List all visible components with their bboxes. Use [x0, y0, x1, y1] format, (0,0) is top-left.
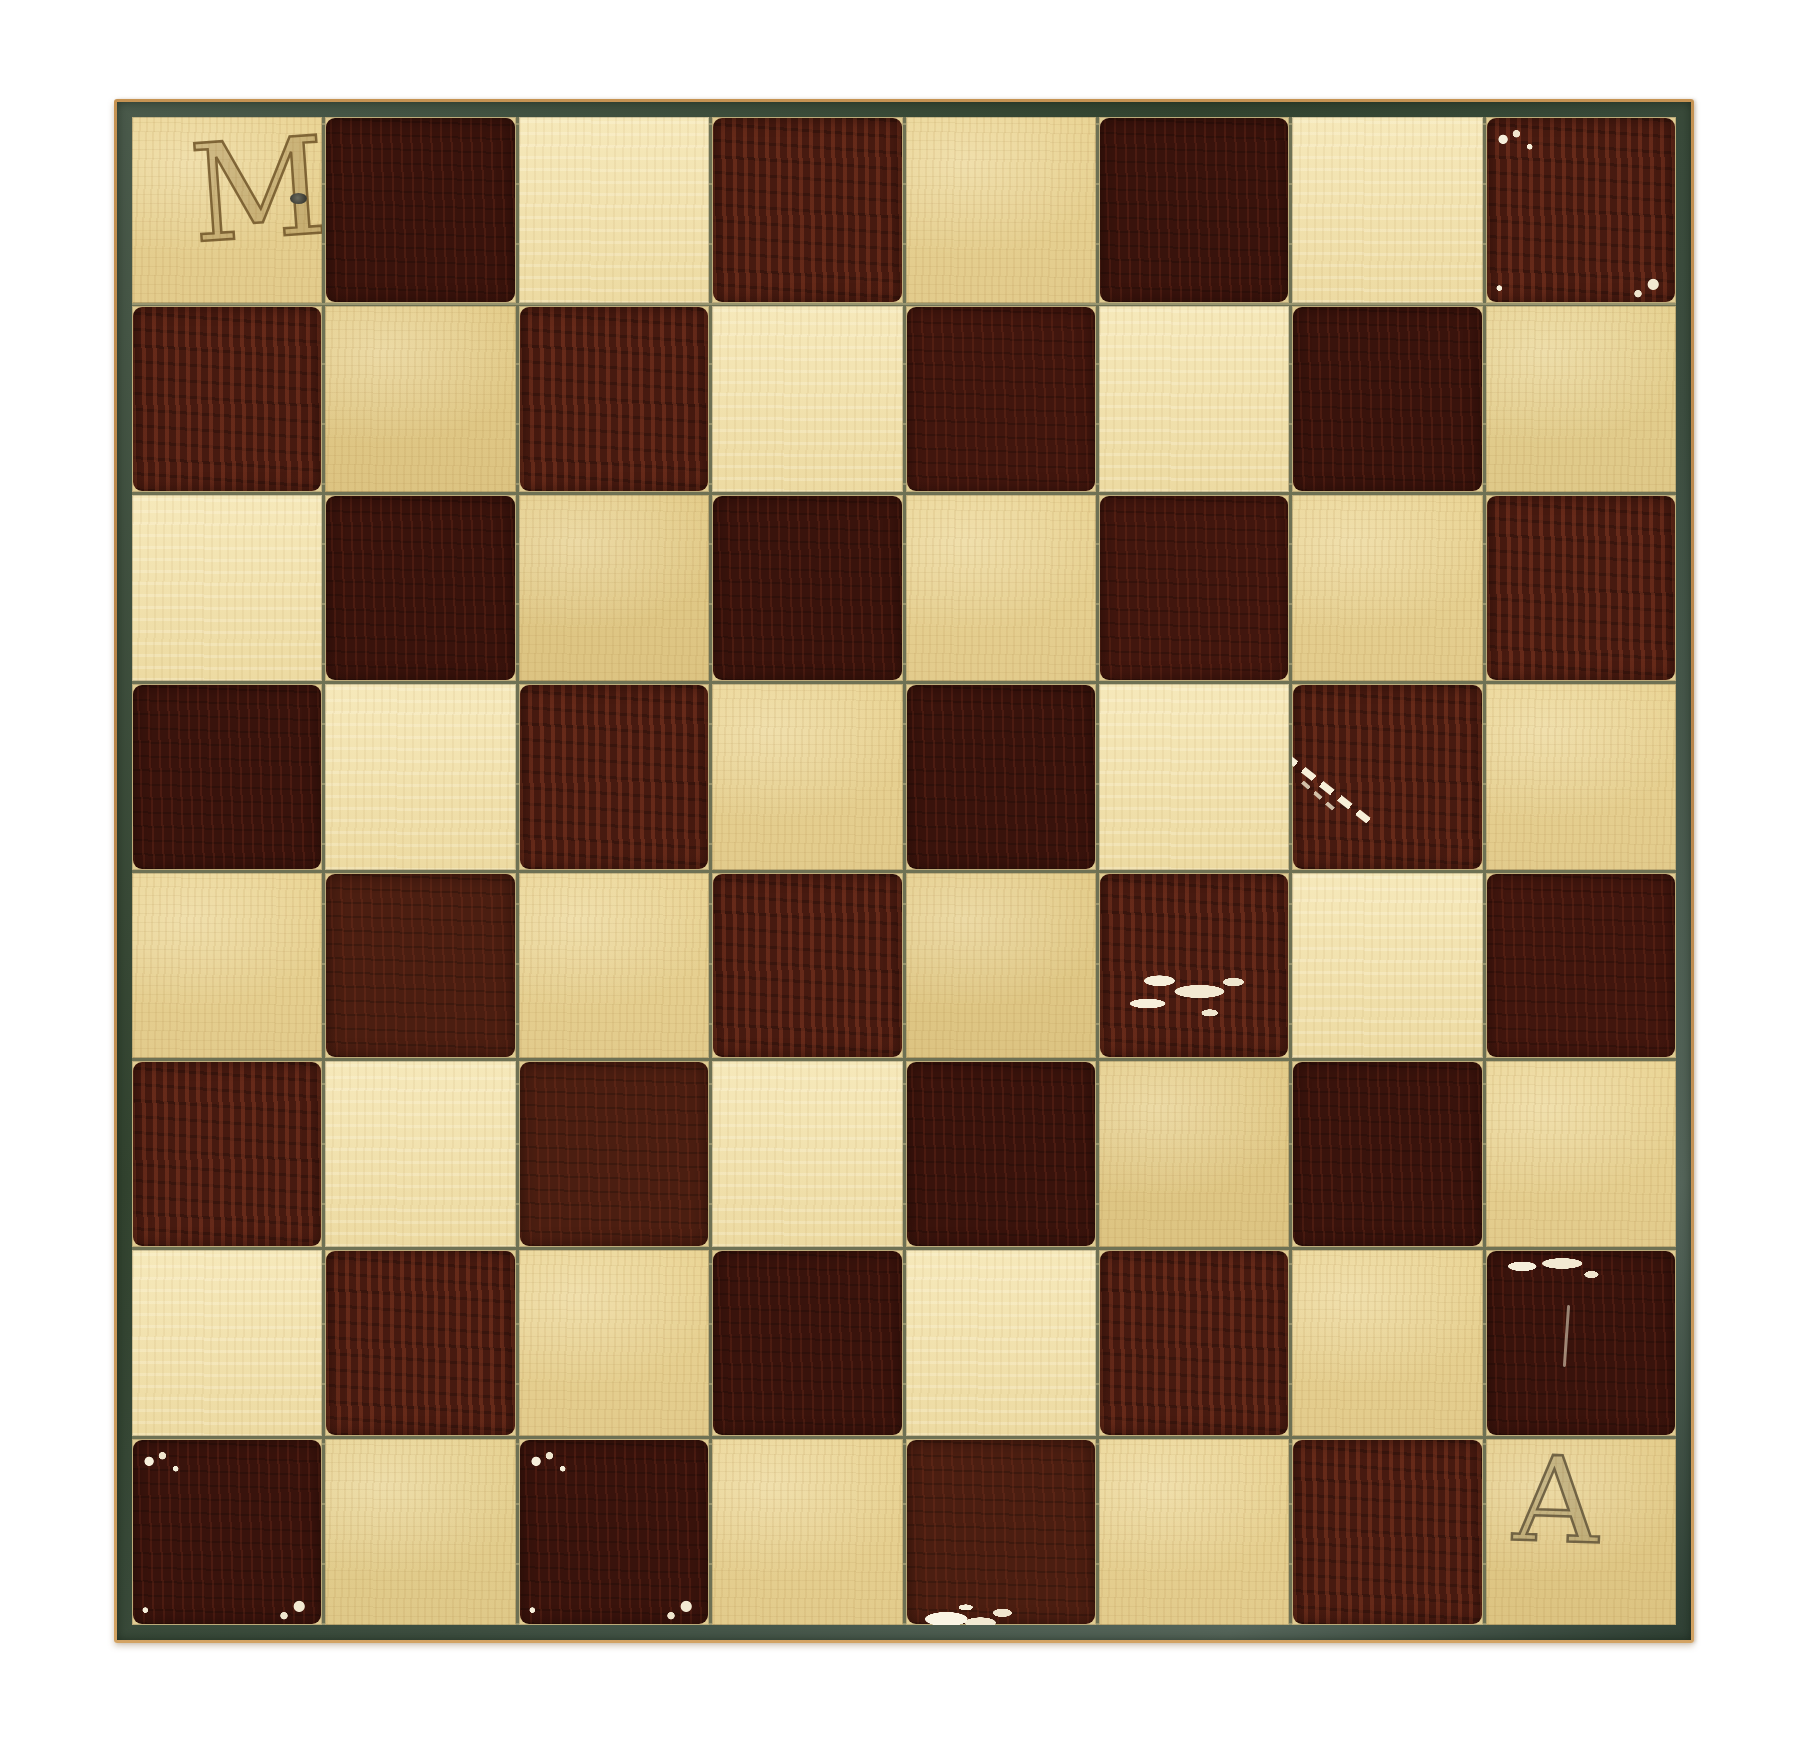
wear-mark-specks — [519, 1439, 709, 1625]
square-r4c2-light[interactable] — [325, 684, 515, 870]
square-r6c1-dark[interactable] — [132, 1061, 322, 1247]
square-r6c7-dark[interactable] — [1292, 1061, 1482, 1247]
square-r1c6-dark[interactable] — [1099, 117, 1289, 303]
square-r8c5-dark[interactable] — [906, 1439, 1096, 1625]
square-r4c3-dark[interactable] — [519, 684, 709, 870]
square-r8c8-light[interactable]: A — [1486, 1439, 1676, 1625]
square-r6c8-light[interactable] — [1486, 1061, 1676, 1247]
square-r2c4-light[interactable] — [712, 306, 902, 492]
square-r5c3-light[interactable] — [519, 873, 709, 1059]
square-r6c4-light[interactable] — [712, 1061, 902, 1247]
square-r4c7-dark[interactable] — [1292, 684, 1482, 870]
square-r7c1-light[interactable] — [132, 1250, 322, 1436]
square-r2c3-dark[interactable] — [519, 306, 709, 492]
square-r1c5-light[interactable] — [906, 117, 1096, 303]
square-r1c1-light[interactable]: M — [132, 117, 322, 303]
square-r4c6-light[interactable] — [1099, 684, 1289, 870]
square-r2c1-dark[interactable] — [132, 306, 322, 492]
square-r3c6-dark[interactable] — [1099, 495, 1289, 681]
square-r2c5-dark[interactable] — [906, 306, 1096, 492]
square-r8c7-dark[interactable] — [1292, 1439, 1482, 1625]
square-r7c3-light[interactable] — [519, 1250, 709, 1436]
square-r1c7-light[interactable] — [1292, 117, 1482, 303]
square-r2c2-light[interactable] — [325, 306, 515, 492]
square-r7c5-light[interactable] — [906, 1250, 1096, 1436]
square-r4c8-light[interactable] — [1486, 684, 1676, 870]
square-r1c3-light[interactable] — [519, 117, 709, 303]
square-r8c6-light[interactable] — [1099, 1439, 1289, 1625]
square-r7c4-dark[interactable] — [712, 1250, 902, 1436]
square-r8c3-dark[interactable] — [519, 1439, 709, 1625]
square-r4c1-dark[interactable] — [132, 684, 322, 870]
carved-initial-a: A — [1512, 1440, 1601, 1561]
square-r3c7-light[interactable] — [1292, 495, 1482, 681]
checkerboard: MA — [114, 99, 1694, 1643]
square-r1c8-dark[interactable] — [1486, 117, 1676, 303]
wear-mark-edge-chips — [917, 1584, 1039, 1625]
square-r7c7-light[interactable] — [1292, 1250, 1482, 1436]
square-r3c2-dark[interactable] — [325, 495, 515, 681]
board-grid: MA — [132, 117, 1676, 1625]
square-r5c7-light[interactable] — [1292, 873, 1482, 1059]
square-r5c4-dark[interactable] — [712, 873, 902, 1059]
square-r3c1-light[interactable] — [132, 495, 322, 681]
square-r2c6-light[interactable] — [1099, 306, 1289, 492]
square-r1c2-dark[interactable] — [325, 117, 515, 303]
square-r6c3-dark[interactable] — [519, 1061, 709, 1247]
square-r6c2-light[interactable] — [325, 1061, 515, 1247]
square-r8c1-dark[interactable] — [132, 1439, 322, 1625]
square-r3c8-dark[interactable] — [1486, 495, 1676, 681]
square-r2c7-dark[interactable] — [1292, 306, 1482, 492]
square-r3c3-light[interactable] — [519, 495, 709, 681]
square-r5c8-dark[interactable] — [1486, 873, 1676, 1059]
wear-mark-chips — [1118, 962, 1266, 1029]
square-r6c6-light[interactable] — [1099, 1061, 1289, 1247]
photo-background: MA — [0, 0, 1800, 1758]
carved-initial-m: M — [186, 119, 322, 263]
square-r1c4-dark[interactable] — [712, 117, 902, 303]
wear-mark-specks — [132, 1439, 322, 1625]
square-r5c1-light[interactable] — [132, 873, 322, 1059]
square-r5c6-dark[interactable] — [1099, 873, 1289, 1059]
square-r5c2-dark[interactable] — [325, 873, 515, 1059]
nail-head — [290, 193, 307, 204]
board-frame: MA — [117, 102, 1691, 1640]
wear-mark-chips-top — [1493, 1252, 1626, 1293]
square-r7c2-dark[interactable] — [325, 1250, 515, 1436]
square-r7c8-dark[interactable] — [1486, 1250, 1676, 1436]
square-r2c8-light[interactable] — [1486, 306, 1676, 492]
square-r6c5-dark[interactable] — [906, 1061, 1096, 1247]
square-r5c5-light[interactable] — [906, 873, 1096, 1059]
square-r8c2-light[interactable] — [325, 1439, 515, 1625]
square-r3c5-light[interactable] — [906, 495, 1096, 681]
wear-mark-diagonal-scratch — [1292, 753, 1377, 829]
square-r8c4-light[interactable] — [712, 1439, 902, 1625]
square-r4c4-light[interactable] — [712, 684, 902, 870]
square-r7c6-dark[interactable] — [1099, 1250, 1289, 1436]
square-r4c5-dark[interactable] — [906, 684, 1096, 870]
square-r3c4-dark[interactable] — [712, 495, 902, 681]
wear-mark-specks — [1486, 117, 1676, 303]
